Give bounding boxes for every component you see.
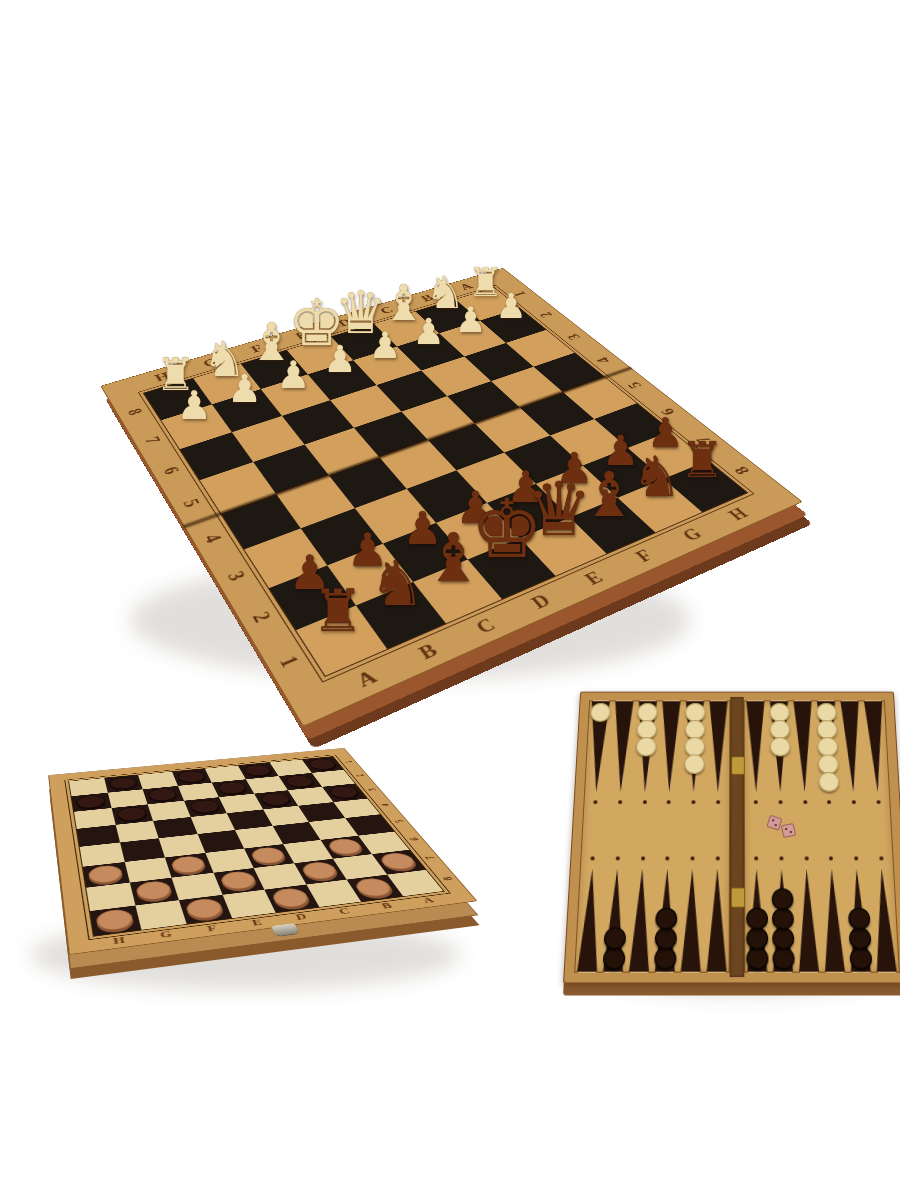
checker-light-piece xyxy=(299,861,340,881)
backgammon-point-dot xyxy=(715,856,719,860)
checker-light-piece xyxy=(95,908,135,932)
checkers-label-number: 6 xyxy=(402,833,425,844)
checker-dark-piece xyxy=(258,792,292,807)
chess-label-letter: C xyxy=(468,612,505,639)
backgammon-point-fill xyxy=(609,701,635,792)
chess-label-letter: B xyxy=(415,292,440,305)
chess-label-number: 8 xyxy=(725,460,758,480)
backgammon-point-dot xyxy=(879,856,883,860)
backgammon-point-dot xyxy=(594,800,598,804)
backgammon-checker-light xyxy=(817,720,838,739)
backgammon-checker-light xyxy=(817,737,838,756)
backgammon-point xyxy=(657,700,683,795)
backgammon-checker-dark xyxy=(848,927,871,949)
chess-label-letter: F xyxy=(627,544,663,568)
backgammon-point-fill xyxy=(627,868,654,971)
backgammon-point xyxy=(706,700,731,795)
chess-label-number: 7 xyxy=(138,431,166,450)
chess-label-number: 8 xyxy=(121,403,148,420)
chess-label-number: 2 xyxy=(244,604,279,631)
checkers-label-letter: A xyxy=(414,894,443,906)
checker-light-piece xyxy=(249,846,288,865)
chess-label-letter: D xyxy=(333,316,359,330)
backgammon-checker-dark xyxy=(771,888,793,909)
chess-label-number: 7 xyxy=(688,431,720,449)
backgammon-point-fill xyxy=(745,701,768,792)
checker-dark-piece xyxy=(241,764,273,777)
backgammon-checker-dark xyxy=(602,947,625,969)
checker-light-piece xyxy=(352,877,396,898)
checker-dark-piece xyxy=(188,799,222,814)
backgammon-point-dot xyxy=(754,856,758,860)
checker-dark-piece xyxy=(108,776,138,790)
backgammon-checker-light xyxy=(684,754,705,773)
checkers-label-letter: B xyxy=(372,899,401,912)
chess-label-number: 4 xyxy=(589,352,617,367)
die xyxy=(781,823,797,838)
backgammon-point-dot xyxy=(827,800,831,804)
chess-label-letter: E xyxy=(576,566,612,591)
chess-label-number: 3 xyxy=(219,564,253,589)
checkers-label-number: 1 xyxy=(339,758,358,766)
checker-dark-piece xyxy=(147,787,179,801)
backgammon-point-dot xyxy=(591,856,595,860)
backgammon-checker-dark xyxy=(746,927,768,949)
backgammon-point-fill xyxy=(658,701,682,792)
backgammon-checker-light xyxy=(685,703,705,722)
backgammon-checker-dark xyxy=(746,947,768,969)
backgammon-point xyxy=(791,700,817,795)
checkers-board-photo: H1G2F3E4D5C6B7A8 xyxy=(0,690,520,1010)
backgammon-point-fill xyxy=(705,868,729,971)
backgammon-point-fill xyxy=(795,868,821,971)
backgammon-checker-light xyxy=(818,754,839,773)
product-photo-stage: 18HA27GB36FC45ED54DE63CF72BG81AH ♜♟♟♜♞♟♟… xyxy=(0,0,900,1200)
backgammon-point xyxy=(608,700,636,795)
backgammon-point-fill xyxy=(839,701,865,792)
backgammon-point-fill xyxy=(862,701,889,792)
backgammon-point-dot xyxy=(667,800,671,804)
backgammon-point xyxy=(704,865,730,972)
backgammon-checker-light xyxy=(769,737,790,756)
backgammon-checker-light xyxy=(816,703,837,722)
backgammon-point-dot xyxy=(804,856,808,860)
backgammon-point xyxy=(861,700,890,795)
backgammon-checker-light xyxy=(769,720,790,739)
backgammon-checker-light xyxy=(684,720,705,739)
chess-label-number: 5 xyxy=(620,377,649,393)
backgammon-point-dot xyxy=(754,800,758,804)
chess-label-number: 2 xyxy=(533,308,559,321)
checker-light-piece xyxy=(184,897,225,920)
backgammon-checker-dark xyxy=(771,908,793,930)
backgammon-point-fill xyxy=(870,868,899,971)
backgammon-point-dot xyxy=(618,800,622,804)
backgammon-point-dot xyxy=(643,800,647,804)
checkers-label-number: 8 xyxy=(435,872,461,885)
backgammon-point-fill xyxy=(792,701,816,792)
checkers-label-letter: H xyxy=(106,933,133,947)
checker-light-piece xyxy=(269,887,311,909)
checker-light-piece xyxy=(170,855,207,874)
backgammon-point xyxy=(744,700,769,795)
checker-light-piece xyxy=(218,870,258,891)
backgammon-point-dot xyxy=(691,856,695,860)
backgammon-board-photo xyxy=(572,680,900,980)
checker-dark-piece xyxy=(326,785,361,799)
chess-label-letter: H xyxy=(150,369,176,385)
backgammon-point xyxy=(869,865,900,972)
hinge-icon xyxy=(731,756,745,775)
checkers-label-letter: G xyxy=(152,927,179,941)
backgammon-checker-dark xyxy=(654,927,676,949)
checker-dark-piece xyxy=(115,806,148,822)
backgammon-point-dot xyxy=(854,856,858,860)
backgammon-point xyxy=(626,865,655,972)
backgammon-point xyxy=(794,865,822,972)
chess-label-letter: G xyxy=(675,523,710,546)
chess-label-letter: B xyxy=(410,637,447,666)
chess-label-letter: C xyxy=(375,304,400,317)
checkers-label-number: 3 xyxy=(362,785,382,794)
chess-label-letter: E xyxy=(289,328,315,342)
chess-label-letter: F xyxy=(244,341,270,356)
backgammon-point-dot xyxy=(779,856,783,860)
checkers-label-number: 7 xyxy=(418,852,442,864)
backgammon-checker-dark xyxy=(772,927,794,949)
backgammon-point-dot xyxy=(803,800,807,804)
checker-light-piece xyxy=(325,837,365,855)
backgammon-hinge-seam xyxy=(730,697,745,977)
backgammon-point-dot xyxy=(691,800,695,804)
checkers-label-number: 2 xyxy=(350,771,370,780)
backgammon-point-fill xyxy=(707,701,730,792)
backgammon-right-half xyxy=(744,700,900,972)
checkers-label-letter: E xyxy=(243,916,271,929)
backgammon-point-fill xyxy=(679,868,704,971)
checkers-label-number: 5 xyxy=(388,816,410,826)
backgammon-checker-dark xyxy=(603,927,626,949)
chess-label-number: 1 xyxy=(507,287,532,300)
backgammon-checker-dark xyxy=(746,908,768,930)
chess-label-number: 1 xyxy=(270,647,307,676)
checker-dark-piece xyxy=(305,758,338,771)
backgammon-checker-dark xyxy=(654,947,677,969)
chess-label-letter: A xyxy=(454,280,479,292)
chess-label-letter: D xyxy=(523,589,559,615)
backgammon-point-dot xyxy=(716,800,720,804)
backgammon-checker-dark xyxy=(772,947,794,969)
backgammon-checker-light xyxy=(684,737,705,756)
checker-light-piece xyxy=(87,864,123,884)
backgammon-point-dot xyxy=(666,856,670,860)
chess-label-number: 3 xyxy=(560,329,587,343)
checkers-square xyxy=(135,900,187,930)
checkers-square xyxy=(90,905,141,936)
chess-label-number: 4 xyxy=(197,527,229,550)
backgammon-checker-dark xyxy=(655,908,677,930)
backgammon-point-dot xyxy=(876,800,880,804)
backgammon-checker-dark xyxy=(847,908,870,930)
backgammon-point-dot xyxy=(641,856,645,860)
backgammon-point xyxy=(678,865,705,972)
hinge-icon xyxy=(731,887,745,907)
backgammon-point-dot xyxy=(829,856,833,860)
checkers-label-letter: F xyxy=(198,922,226,936)
chess-label-number: 6 xyxy=(653,403,683,420)
chess-label-letter: H xyxy=(722,503,757,525)
checker-dark-piece xyxy=(176,770,207,783)
checkers-label-letter: D xyxy=(287,910,315,923)
backgammon-left-half xyxy=(574,700,730,972)
chess-label-number: 5 xyxy=(176,493,207,514)
checkers-label-letter: C xyxy=(330,905,358,918)
checker-light-piece xyxy=(377,852,419,871)
checker-light-piece xyxy=(134,880,172,901)
chess-board-photo: 18HA27GB36FC45ED54DE63CF72BG81AH ♜♟♟♜♞♟♟… xyxy=(0,0,900,760)
backgammon-point-fill xyxy=(820,868,847,971)
chess-label-number: 6 xyxy=(156,461,186,481)
backgammon-checker-light xyxy=(818,772,839,792)
die xyxy=(766,815,782,831)
backgammon-checker-dark xyxy=(849,947,872,969)
checker-dark-piece xyxy=(75,794,106,809)
backgammon-point-dot xyxy=(852,800,856,804)
checker-dark-piece xyxy=(216,781,249,795)
backgammon-board xyxy=(563,692,900,984)
chess-label-letter: G xyxy=(198,355,224,370)
backgammon-point-dot xyxy=(779,800,783,804)
checkers-label-number: 4 xyxy=(375,800,396,810)
backgammon-point-fill xyxy=(575,868,604,971)
backgammon-checker-light xyxy=(769,703,789,722)
checker-dark-piece xyxy=(283,774,317,788)
backgammon-point-dot xyxy=(616,856,620,860)
